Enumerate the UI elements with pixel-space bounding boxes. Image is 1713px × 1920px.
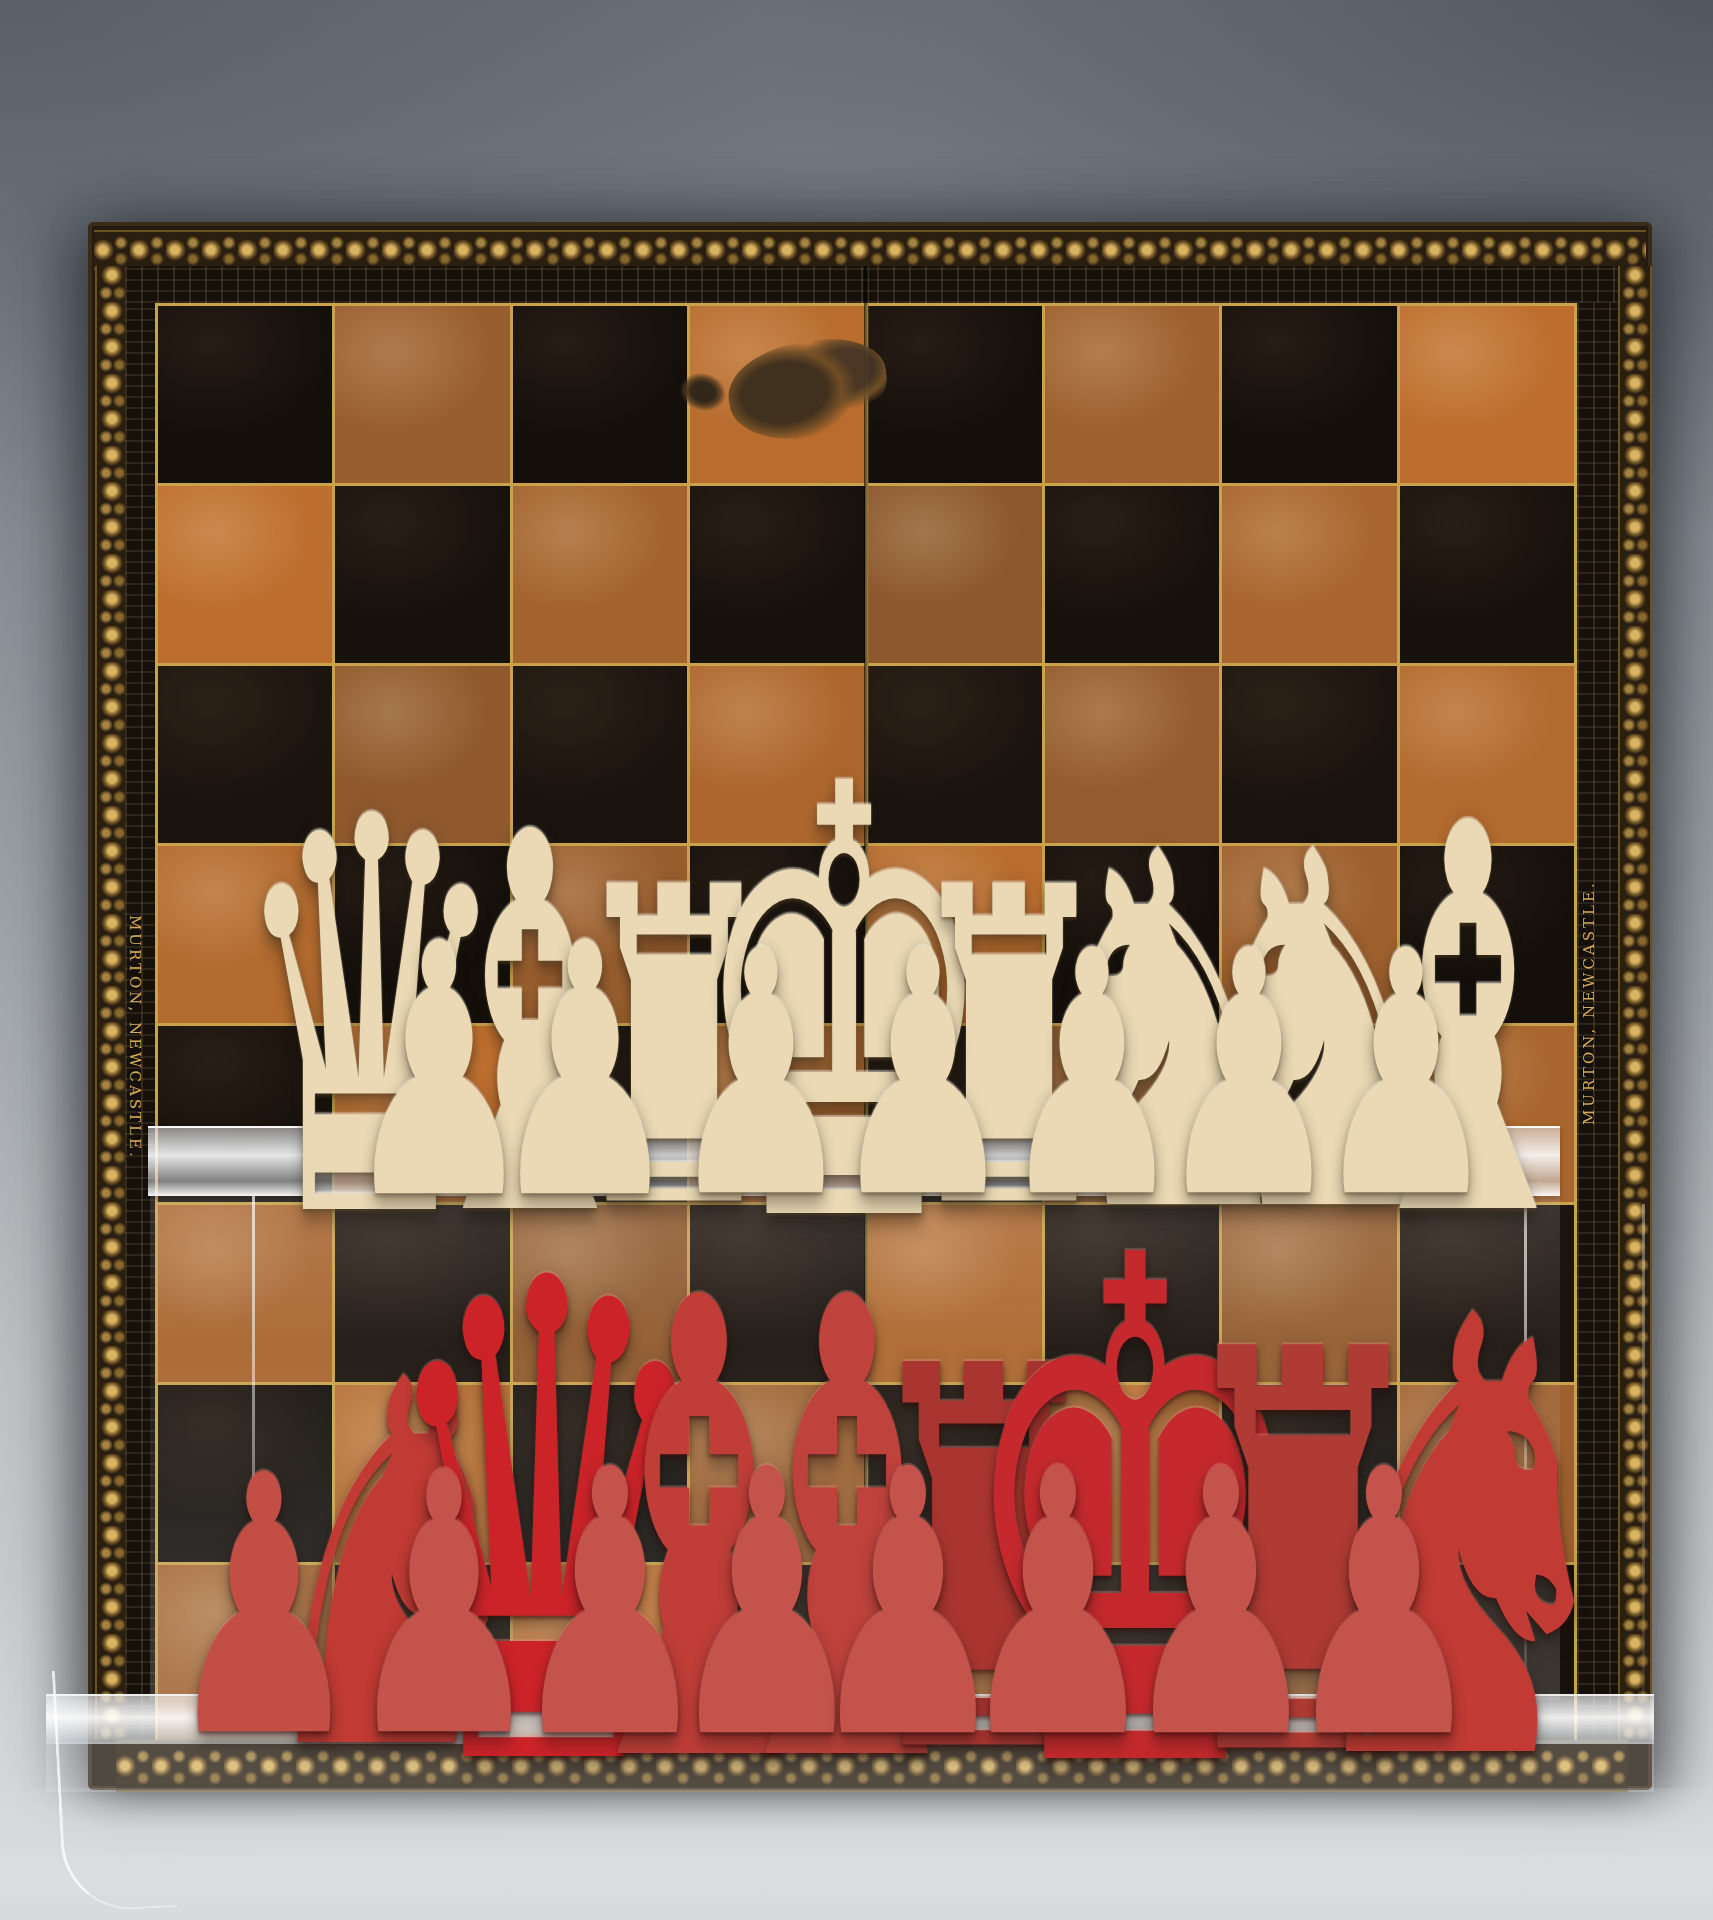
- board-square: [690, 486, 864, 663]
- gilt-scroll-border-top: [94, 230, 1646, 270]
- white-pawn-8[interactable]: ♟: [829, 907, 1016, 1244]
- acrylic-edge-outer-right: [1642, 1204, 1645, 1696]
- board-square: [1400, 306, 1574, 483]
- board-square: [868, 486, 1042, 663]
- board-square: [868, 306, 1042, 483]
- red-pawn-15[interactable]: ♟: [1282, 1422, 1485, 1788]
- board-square: [513, 486, 687, 663]
- board-square: [158, 306, 332, 483]
- board-square: [513, 306, 687, 483]
- board-square: [335, 486, 509, 663]
- white-pawn-6[interactable]: ♟: [667, 907, 854, 1244]
- board-square: [1222, 306, 1396, 483]
- acrylic-base-curved-corner: [52, 1665, 178, 1913]
- gilt-scroll-border-left: [95, 266, 129, 1740]
- board-square: [158, 486, 332, 663]
- white-pawn-14[interactable]: ♟: [1312, 907, 1499, 1244]
- board-square: [1045, 306, 1219, 483]
- board-square: [1045, 486, 1219, 663]
- scene: MURTON, NEWCASTLE. MURTON, NEWCASTLE. ♛♝…: [0, 0, 1713, 1920]
- board-square: [1400, 486, 1574, 663]
- board-square: [335, 306, 509, 483]
- greek-key-band-top: [125, 266, 1618, 303]
- board-square: [1222, 486, 1396, 663]
- white-pawn-4[interactable]: ♟: [488, 898, 682, 1247]
- red-pawn-1[interactable]: ♟: [165, 1429, 363, 1786]
- maker-label-left: MURTON, NEWCASTLE.: [126, 915, 144, 1125]
